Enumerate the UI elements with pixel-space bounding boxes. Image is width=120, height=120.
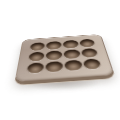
muffin-cup-8: [80, 48, 99, 59]
muffin-cup-7: [63, 49, 81, 60]
muffin-cup-11: [64, 59, 83, 72]
muffin-cup-5: [27, 51, 45, 62]
cup-well: [30, 42, 45, 51]
cup-well: [81, 48, 99, 58]
muffin-cup-1: [29, 42, 45, 52]
muffin-cup-4: [79, 38, 97, 48]
muffin-pan: [15, 34, 115, 82]
cup-well: [46, 50, 62, 60]
cup-well: [27, 62, 44, 74]
muffin-cup-2: [46, 41, 62, 51]
muffin-cup-6: [46, 50, 63, 61]
muffin-cup-9: [26, 62, 45, 75]
cup-well: [28, 52, 44, 62]
muffin-cup-12: [82, 58, 102, 70]
cup-well: [83, 58, 102, 69]
muffin-cup-3: [62, 39, 79, 49]
cup-well: [46, 61, 63, 73]
cup-well: [63, 40, 79, 49]
pan-perspective-wrapper: [17, 17, 110, 93]
cup-grid: [26, 38, 103, 74]
muffin-cup-10: [45, 60, 63, 73]
cup-well: [64, 49, 81, 59]
cup-well: [65, 60, 83, 71]
product-photo: [0, 0, 120, 120]
cup-well: [79, 39, 95, 48]
cup-well: [47, 41, 62, 50]
